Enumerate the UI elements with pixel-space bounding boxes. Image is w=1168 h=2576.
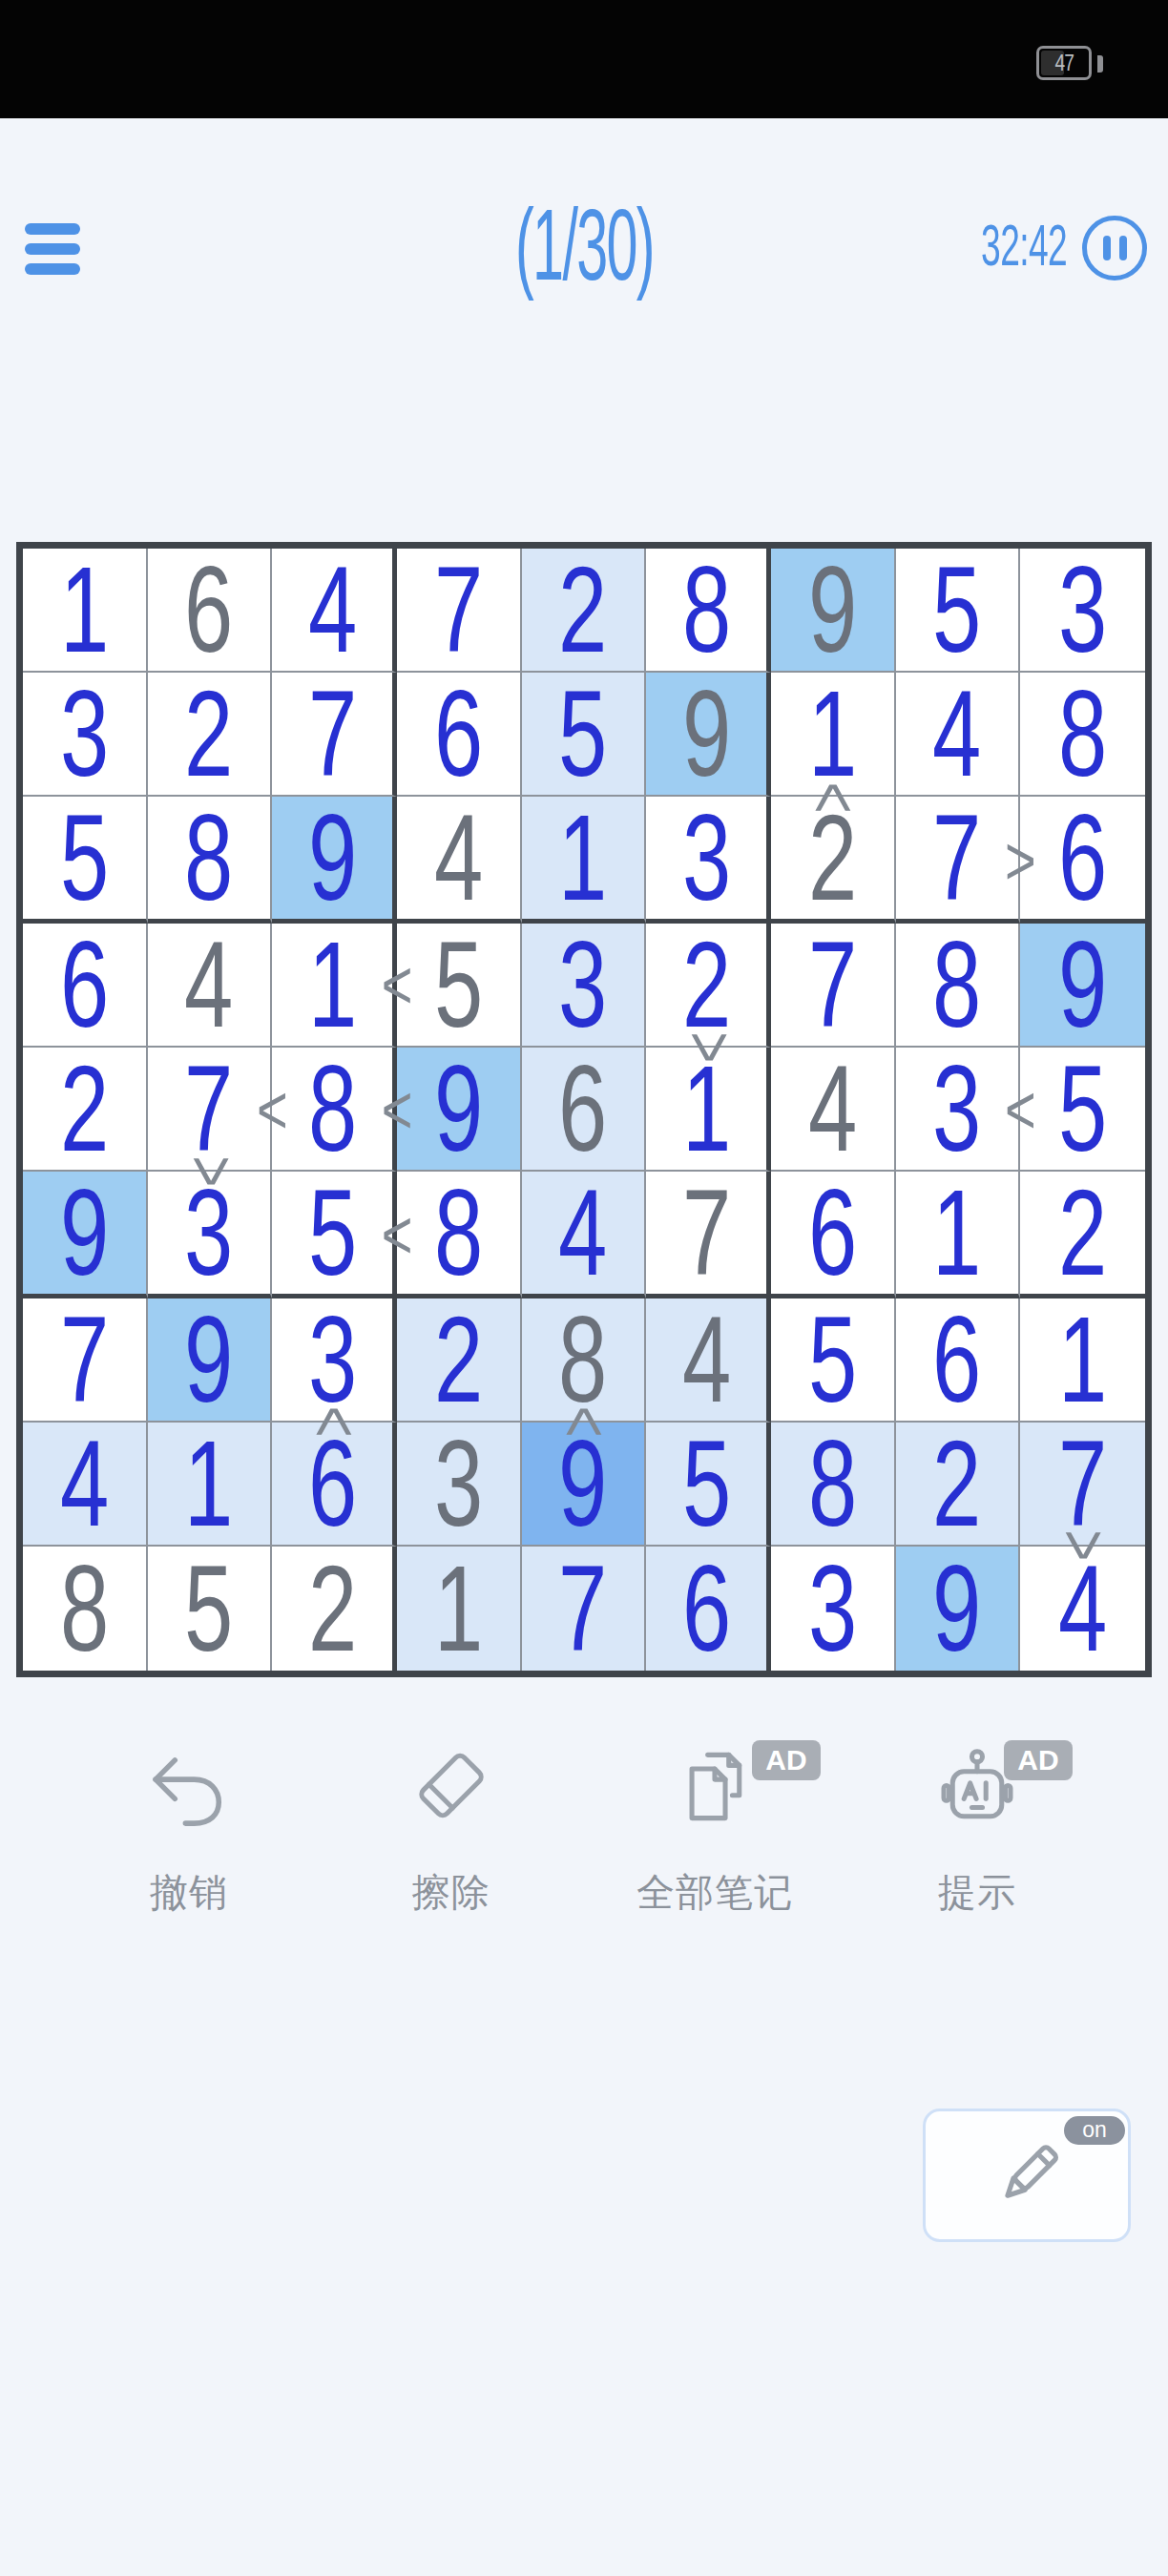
cell-r1c7[interactable]: 9 (771, 549, 896, 673)
cell-r1c2[interactable]: 6 (148, 549, 273, 673)
cell-r2c5[interactable]: 5 (522, 673, 647, 797)
cell-r2c3[interactable]: 7 (272, 673, 397, 797)
given-digit: 2 (808, 797, 857, 919)
entered-digit: 6 (932, 1298, 981, 1421)
entered-digit: 5 (558, 673, 607, 795)
cell-r5c2[interactable]: 7 (148, 1048, 273, 1172)
given-digit: 6 (184, 549, 233, 671)
entered-digit: 1 (932, 1172, 981, 1294)
status-bar: 47 (0, 0, 1168, 118)
undo-label: 撤销 (84, 1866, 294, 1919)
entered-digit: 9 (60, 1172, 109, 1294)
cell-r2c8[interactable]: 4 (896, 673, 1021, 797)
cell-r6c3[interactable]: 5 (272, 1172, 397, 1298)
entered-digit: 4 (60, 1423, 109, 1545)
entered-digit: 1 (1058, 1298, 1107, 1421)
cell-r1c9[interactable]: 3 (1020, 549, 1145, 673)
cell-r5c4[interactable]: 9 (397, 1048, 522, 1172)
cell-r9c4[interactable]: 1 (397, 1547, 522, 1671)
cell-r8c4[interactable]: 3 (397, 1423, 522, 1547)
cell-r6c8[interactable]: 1 (896, 1172, 1021, 1298)
entered-digit: 8 (1058, 673, 1107, 795)
entered-digit: 5 (60, 797, 109, 919)
entered-digit: 7 (932, 797, 981, 919)
cell-r1c1[interactable]: 1 (23, 549, 148, 673)
given-digit: 9 (682, 673, 731, 795)
undo-icon (145, 1748, 233, 1836)
entered-digit: 2 (558, 549, 607, 671)
cell-r7c9[interactable]: 1 (1020, 1298, 1145, 1423)
cell-r2c4[interactable]: 6 (397, 673, 522, 797)
cell-r7c3[interactable]: 3 (272, 1298, 397, 1423)
cell-r7c5[interactable]: 8 (522, 1298, 647, 1423)
given-digit: 3 (434, 1423, 483, 1545)
cell-r9c1[interactable]: 8 (23, 1547, 148, 1671)
cell-r8c7[interactable]: 8 (771, 1423, 896, 1547)
all-notes-label: 全部笔记 (610, 1866, 820, 1919)
entered-digit: 7 (1058, 1423, 1107, 1545)
cell-r4c3[interactable]: 1 (272, 924, 397, 1048)
cell-r8c5[interactable]: 9 (522, 1423, 647, 1547)
cell-r9c7[interactable]: 3 (771, 1547, 896, 1671)
battery-percent: 47 (1054, 50, 1074, 76)
cell-r3c8[interactable]: 7 (896, 797, 1021, 924)
entered-digit: 2 (682, 924, 731, 1046)
cell-r8c6[interactable]: 5 (646, 1423, 771, 1547)
given-digit: 8 (558, 1298, 607, 1421)
given-digit: 8 (60, 1548, 109, 1670)
given-digit: 4 (184, 924, 233, 1046)
cell-r6c5[interactable]: 4 (522, 1172, 647, 1298)
entered-digit: 4 (1058, 1548, 1107, 1670)
cell-r3c6[interactable]: 3 (646, 797, 771, 924)
sudoku-board: 1647289533276591485894132766415327892789… (16, 542, 1152, 1677)
cell-r3c1[interactable]: 5 (23, 797, 148, 924)
cell-r4c1[interactable]: 6 (23, 924, 148, 1048)
cell-r9c9[interactable]: 4 (1020, 1547, 1145, 1671)
given-digit: 1 (434, 1548, 483, 1670)
given-digit: 2 (308, 1548, 357, 1670)
entered-digit: 3 (808, 1548, 857, 1670)
cell-r1c3[interactable]: 4 (272, 549, 397, 673)
cell-r2c1[interactable]: 3 (23, 673, 148, 797)
entered-digit: 3 (932, 1048, 981, 1170)
cell-r9c3[interactable]: 2 (272, 1547, 397, 1671)
entered-digit: 6 (808, 1172, 857, 1294)
entered-digit: 8 (434, 1172, 483, 1294)
cell-r8c8[interactable]: 2 (896, 1423, 1021, 1547)
cell-r3c5[interactable]: 1 (522, 797, 647, 924)
entered-digit: 3 (682, 797, 731, 919)
eraser-icon (407, 1748, 495, 1836)
hint-label: 提示 (872, 1866, 1082, 1919)
entered-digit: 9 (308, 797, 357, 919)
timer-text: 32:42 (924, 216, 1067, 275)
cell-r4c8[interactable]: 8 (896, 924, 1021, 1048)
entered-digit: 6 (1058, 797, 1107, 919)
entered-digit: 6 (682, 1548, 731, 1670)
cell-r9c6[interactable]: 6 (646, 1547, 771, 1671)
cell-r1c4[interactable]: 7 (397, 549, 522, 673)
erase-button[interactable]: 擦除 (346, 1748, 556, 1920)
cell-r3c9[interactable]: 6 (1020, 797, 1145, 924)
given-digit: 4 (808, 1048, 857, 1170)
cell-r6c6[interactable]: 7 (646, 1172, 771, 1298)
cell-r5c5[interactable]: 6 (522, 1048, 647, 1172)
cell-r4c5[interactable]: 3 (522, 924, 647, 1048)
ad-badge-notes: AD (752, 1740, 821, 1780)
entered-digit: 4 (932, 673, 981, 795)
pencil-icon (986, 2134, 1068, 2216)
pause-icon (1103, 236, 1127, 260)
entered-digit: 4 (558, 1172, 607, 1294)
entered-digit: 9 (184, 1298, 233, 1421)
cell-r4c7[interactable]: 7 (771, 924, 896, 1048)
entered-digit: 5 (808, 1298, 857, 1421)
cell-r6c1[interactable]: 9 (23, 1172, 148, 1298)
pause-button[interactable] (1082, 216, 1147, 280)
entered-digit: 5 (682, 1423, 731, 1545)
battery-icon: 47 (1036, 46, 1092, 80)
cell-r5c8[interactable]: 3 (896, 1048, 1021, 1172)
entered-digit: 5 (1058, 1048, 1107, 1170)
cell-r6c9[interactable]: 2 (1020, 1172, 1145, 1298)
notes-icon (671, 1748, 759, 1836)
undo-button[interactable]: 撤销 (84, 1748, 294, 1920)
cell-r8c3[interactable]: 6 (272, 1423, 397, 1547)
entered-digit: 2 (434, 1298, 483, 1421)
cell-r6c7[interactable]: 6 (771, 1172, 896, 1298)
cell-r6c2[interactable]: 3 (148, 1172, 273, 1298)
entered-digit: 5 (932, 549, 981, 671)
entered-digit: 7 (60, 1298, 109, 1421)
cell-r7c4[interactable]: 2 (397, 1298, 522, 1423)
cell-r8c9[interactable]: 7 (1020, 1423, 1145, 1547)
cell-r3c2[interactable]: 8 (148, 797, 273, 924)
entered-digit: 5 (308, 1172, 357, 1294)
entered-digit: 3 (308, 1298, 357, 1421)
given-digit: 5 (184, 1548, 233, 1670)
cell-r9c2[interactable]: 5 (148, 1547, 273, 1671)
entered-digit: 7 (308, 673, 357, 795)
cell-r2c2[interactable]: 2 (148, 673, 273, 797)
cell-r4c2[interactable]: 4 (148, 924, 273, 1048)
cell-r5c1[interactable]: 2 (23, 1048, 148, 1172)
pencil-on-badge: on (1064, 2116, 1125, 2145)
cell-r5c3[interactable]: 8 (272, 1048, 397, 1172)
cell-r1c8[interactable]: 5 (896, 549, 1021, 673)
ad-badge-hint: AD (1004, 1740, 1073, 1780)
given-digit: 9 (808, 549, 857, 671)
entered-digit: 6 (308, 1423, 357, 1545)
entered-digit: 7 (184, 1048, 233, 1170)
given-digit: 4 (682, 1298, 731, 1421)
cell-r7c8[interactable]: 6 (896, 1298, 1021, 1423)
entered-digit: 1 (60, 549, 109, 671)
entered-digit: 8 (682, 549, 731, 671)
entered-digit: 9 (558, 1423, 607, 1545)
battery-nub (1097, 55, 1103, 73)
entered-digit: 4 (308, 549, 357, 671)
cell-r3c3[interactable]: 9 (272, 797, 397, 924)
erase-label: 擦除 (346, 1866, 556, 1919)
cell-r2c9[interactable]: 8 (1020, 673, 1145, 797)
cell-r7c7[interactable]: 5 (771, 1298, 896, 1423)
entered-digit: 3 (558, 924, 607, 1046)
cell-r5c7[interactable]: 4 (771, 1048, 896, 1172)
entered-digit: 9 (434, 1048, 483, 1170)
entered-digit: 7 (434, 549, 483, 671)
cell-r4c9[interactable]: 9 (1020, 924, 1145, 1048)
entered-digit: 2 (1058, 1172, 1107, 1294)
entered-digit: 1 (558, 797, 607, 919)
given-digit: 6 (558, 1048, 607, 1170)
given-digit: 4 (434, 797, 483, 919)
cell-r2c7[interactable]: 1 (771, 673, 896, 797)
cell-r7c2[interactable]: 9 (148, 1298, 273, 1423)
entered-digit: 6 (434, 673, 483, 795)
entered-digit: 2 (932, 1423, 981, 1545)
cell-r1c6[interactable]: 8 (646, 549, 771, 673)
entered-digit: 1 (308, 924, 357, 1046)
cell-r5c6[interactable]: 1 (646, 1048, 771, 1172)
entered-digit: 6 (60, 924, 109, 1046)
sudoku-grid: 1647289533276591485894132766415327892789… (23, 549, 1145, 1671)
entered-digit: 3 (60, 673, 109, 795)
entered-digit: 7 (808, 924, 857, 1046)
cell-r2c6[interactable]: 9 (646, 673, 771, 797)
entered-digit: 2 (60, 1048, 109, 1170)
given-digit: 5 (434, 924, 483, 1046)
entered-digit: 8 (184, 797, 233, 919)
entered-digit: 9 (1058, 924, 1107, 1046)
entered-digit: 1 (682, 1048, 731, 1170)
cell-r7c6[interactable]: 4 (646, 1298, 771, 1423)
cell-r8c2[interactable]: 1 (148, 1423, 273, 1547)
entered-digit: 2 (184, 673, 233, 795)
cell-r9c5[interactable]: 7 (522, 1547, 647, 1671)
cell-r4c6[interactable]: 2 (646, 924, 771, 1048)
entered-digit: 3 (184, 1172, 233, 1294)
given-digit: 7 (682, 1172, 731, 1294)
cell-r4c4[interactable]: 5 (397, 924, 522, 1048)
entered-digit: 1 (184, 1423, 233, 1545)
entered-digit: 3 (1058, 549, 1107, 671)
cell-r8c1[interactable]: 4 (23, 1423, 148, 1547)
entered-digit: 1 (808, 673, 857, 795)
cell-r9c8[interactable]: 9 (896, 1547, 1021, 1671)
entered-digit: 7 (558, 1548, 607, 1670)
cell-r7c1[interactable]: 7 (23, 1298, 148, 1423)
entered-digit: 8 (308, 1048, 357, 1170)
entered-digit: 9 (932, 1548, 981, 1670)
cell-r3c7[interactable]: 2 (771, 797, 896, 924)
cell-r1c5[interactable]: 2 (522, 549, 647, 673)
entered-digit: 8 (808, 1423, 857, 1545)
entered-digit: 8 (932, 924, 981, 1046)
cell-r5c9[interactable]: 5 (1020, 1048, 1145, 1172)
cell-r6c4[interactable]: 8 (397, 1172, 522, 1298)
cell-r3c4[interactable]: 4 (397, 797, 522, 924)
